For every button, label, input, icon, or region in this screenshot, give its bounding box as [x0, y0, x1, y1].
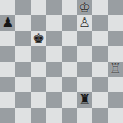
square-h4[interactable]: ♖ [108, 62, 123, 77]
square-c5[interactable] [31, 46, 46, 61]
square-b6[interactable] [15, 31, 30, 46]
black-pawn[interactable]: ♟ [2, 16, 14, 30]
square-g5[interactable] [92, 46, 107, 61]
square-f6[interactable] [77, 31, 92, 46]
square-d7[interactable] [46, 15, 61, 30]
square-b4[interactable] [15, 62, 30, 77]
square-c4[interactable] [31, 62, 46, 77]
square-g2[interactable] [92, 92, 107, 107]
square-b1[interactable] [15, 108, 30, 123]
square-a7[interactable]: ♟ [0, 15, 15, 30]
square-c1[interactable] [31, 108, 46, 123]
square-h8[interactable] [108, 0, 123, 15]
square-e8[interactable] [62, 0, 77, 15]
square-g4[interactable] [92, 62, 107, 77]
square-h6[interactable] [108, 31, 123, 46]
square-b7[interactable] [15, 15, 30, 30]
square-g8[interactable] [92, 0, 107, 15]
square-c7[interactable] [31, 15, 46, 30]
square-f5[interactable] [77, 46, 92, 61]
square-c3[interactable] [31, 77, 46, 92]
square-e2[interactable] [62, 92, 77, 107]
square-b2[interactable] [15, 92, 30, 107]
square-h5[interactable] [108, 46, 123, 61]
square-e6[interactable] [62, 31, 77, 46]
square-d2[interactable] [46, 92, 61, 107]
black-rook[interactable]: ♜ [79, 93, 91, 107]
square-f4[interactable] [77, 62, 92, 77]
square-f8[interactable]: ♔ [77, 0, 92, 15]
white-king[interactable]: ♔ [79, 0, 91, 14]
square-g1[interactable] [92, 108, 107, 123]
square-h1[interactable] [108, 108, 123, 123]
square-a4[interactable] [0, 62, 15, 77]
square-a5[interactable] [0, 46, 15, 61]
square-c6[interactable]: ♚ [31, 31, 46, 46]
square-d5[interactable] [46, 46, 61, 61]
square-a1[interactable] [0, 108, 15, 123]
white-rook[interactable]: ♖ [109, 62, 121, 76]
square-d4[interactable] [46, 62, 61, 77]
square-h7[interactable] [108, 15, 123, 30]
square-f1[interactable] [77, 108, 92, 123]
square-g6[interactable] [92, 31, 107, 46]
square-e4[interactable] [62, 62, 77, 77]
square-g3[interactable] [92, 77, 107, 92]
square-c2[interactable] [31, 92, 46, 107]
square-h3[interactable] [108, 77, 123, 92]
square-h2[interactable] [108, 92, 123, 107]
chess-board: ♔♟♙♚♖♜ [0, 0, 123, 123]
square-b8[interactable] [15, 0, 30, 15]
square-f3[interactable] [77, 77, 92, 92]
square-e5[interactable] [62, 46, 77, 61]
square-d1[interactable] [46, 108, 61, 123]
square-a2[interactable] [0, 92, 15, 107]
square-f2[interactable]: ♜ [77, 92, 92, 107]
white-pawn[interactable]: ♙ [79, 16, 91, 30]
square-e7[interactable] [62, 15, 77, 30]
square-a8[interactable] [0, 0, 15, 15]
square-b5[interactable] [15, 46, 30, 61]
square-e3[interactable] [62, 77, 77, 92]
square-b3[interactable] [15, 77, 30, 92]
square-g7[interactable] [92, 15, 107, 30]
black-king[interactable]: ♚ [32, 31, 44, 45]
square-a3[interactable] [0, 77, 15, 92]
square-d8[interactable] [46, 0, 61, 15]
square-c8[interactable] [31, 0, 46, 15]
square-d6[interactable] [46, 31, 61, 46]
square-f7[interactable]: ♙ [77, 15, 92, 30]
square-a6[interactable] [0, 31, 15, 46]
square-e1[interactable] [62, 108, 77, 123]
square-d3[interactable] [46, 77, 61, 92]
